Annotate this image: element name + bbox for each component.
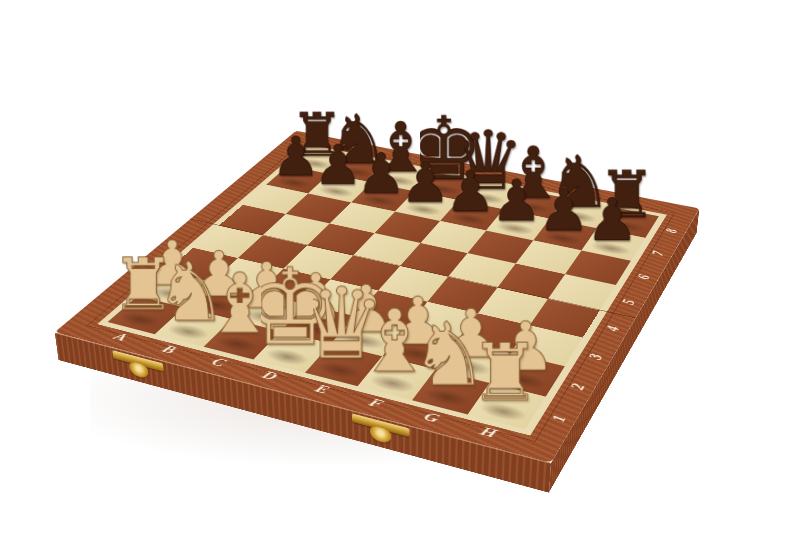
piece-glyph: ♜ [469, 338, 540, 408]
chess-set: ♜♞♝♚♛♝♞♜♟♟♟♟♟♟♟♟♟♟♟♟♟♟♟♟♜♞♝♚♛♝♞♜ ABCDEFG… [157, 23, 643, 509]
black-pawn[interactable]: ♟ [314, 89, 361, 189]
black-pawn[interactable]: ♟ [446, 113, 495, 217]
white-rook[interactable]: ♜ [475, 280, 536, 408]
black-pawn[interactable]: ♟ [401, 105, 450, 208]
brass-latch-left [112, 350, 163, 372]
black-pawn[interactable]: ♟ [272, 81, 319, 180]
piece-glyph: ♟ [356, 150, 406, 199]
piece-glyph: ♟ [491, 176, 542, 226]
piece-glyph: ♟ [400, 158, 450, 207]
piece-glyph: ♟ [586, 194, 639, 246]
board-frame: ♜♞♝♚♛♝♞♜♟♟♟♟♟♟♟♟♟♟♟♟♟♟♟♟♜♞♝♚♛♝♞♜ ABCDEFG… [55, 131, 700, 463]
piece-glyph: ♟ [313, 141, 362, 189]
black-pawn[interactable]: ♟ [357, 97, 405, 198]
black-pawn[interactable]: ♟ [539, 130, 589, 236]
black-pawn[interactable]: ♟ [587, 138, 638, 246]
piece-glyph: ♟ [445, 167, 496, 217]
piece-glyph: ♟ [538, 185, 590, 236]
product-photo: ♜♞♝♚♛♝♞♜♟♟♟♟♟♟♟♟♟♟♟♟♟♟♟♟♜♞♝♚♛♝♞♜ ABCDEFG… [0, 0, 800, 533]
black-pawn[interactable]: ♟ [492, 121, 542, 226]
brass-latch-right [352, 413, 410, 437]
